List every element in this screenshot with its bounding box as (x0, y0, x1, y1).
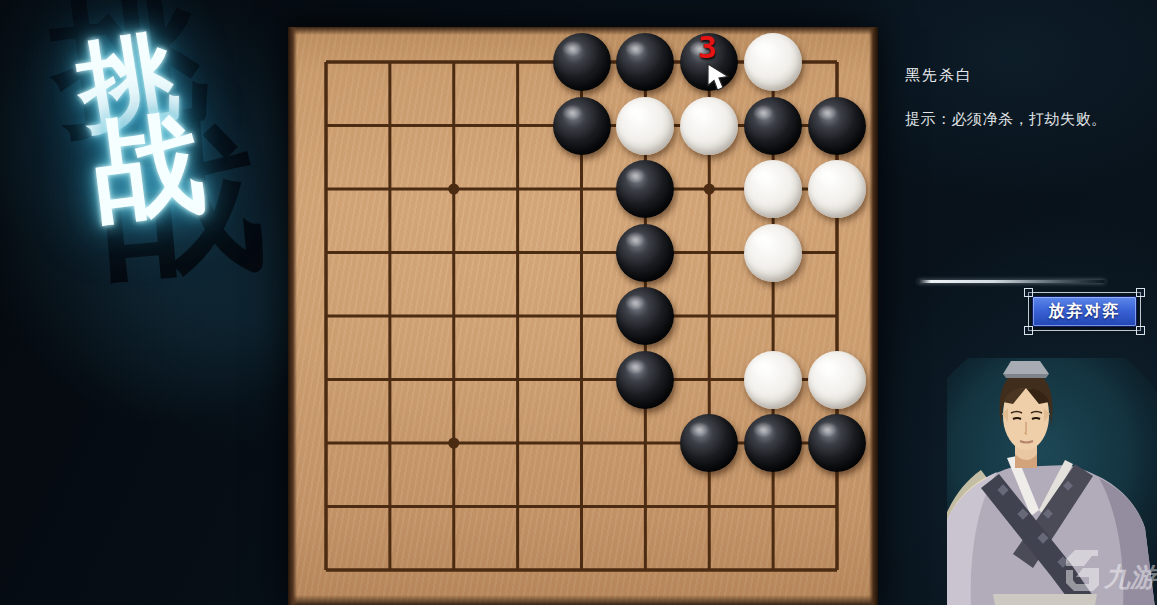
black-stone[interactable] (616, 33, 674, 91)
black-stone[interactable] (553, 33, 611, 91)
black-stone[interactable] (808, 414, 866, 472)
corner-ornament (1024, 288, 1033, 297)
black-stone[interactable] (680, 414, 738, 472)
white-stone[interactable] (616, 97, 674, 155)
white-stone[interactable] (744, 33, 802, 91)
black-stone[interactable] (616, 351, 674, 409)
corner-ornament (1024, 326, 1033, 335)
corner-ornament (1136, 326, 1145, 335)
black-stone[interactable] (616, 287, 674, 345)
watermark-text: 九游 (1103, 562, 1157, 592)
white-stone[interactable] (744, 351, 802, 409)
black-stone[interactable] (553, 97, 611, 155)
black-stone[interactable] (616, 160, 674, 218)
black-stone[interactable] (744, 97, 802, 155)
black-stone[interactable] (744, 414, 802, 472)
board-bevel-left (288, 27, 297, 605)
puzzle-objective-text: 黑先杀白 (905, 66, 973, 85)
stones-layer[interactable]: 3 (326, 62, 837, 570)
puzzle-hint-text: 提示：必须净杀，打劫失败。 (905, 110, 1107, 129)
corner-ornament (1136, 288, 1145, 297)
black-stone[interactable] (616, 224, 674, 282)
white-stone[interactable] (680, 97, 738, 155)
white-stone[interactable] (744, 160, 802, 218)
calligraphy-shadow-top: 挑 (43, 0, 212, 143)
jiuyou-watermark: 九游 (1062, 548, 1157, 602)
black-stone[interactable] (808, 97, 866, 155)
white-stone[interactable] (744, 224, 802, 282)
panel-divider (918, 280, 1105, 283)
black-stone[interactable] (680, 33, 738, 91)
go-board[interactable]: 3 (288, 27, 878, 605)
white-stone[interactable] (808, 160, 866, 218)
board-bevel-bottom (288, 595, 878, 605)
resign-button[interactable]: 放弃对弈 (1032, 296, 1137, 327)
challenge-title-char-top: 挑 (71, 25, 183, 137)
calligraphy-shadow-bottom: 战 (93, 111, 269, 287)
board-bevel-right (869, 27, 878, 605)
white-stone[interactable] (808, 351, 866, 409)
resign-button-label: 放弃对弈 (1049, 302, 1121, 319)
game-screen: 挑 战 挑 战 3 黑先杀白 提示：必须净杀，打劫失败。 放弃对弈 (0, 0, 1157, 605)
challenge-title-char-bottom: 战 (87, 106, 210, 229)
